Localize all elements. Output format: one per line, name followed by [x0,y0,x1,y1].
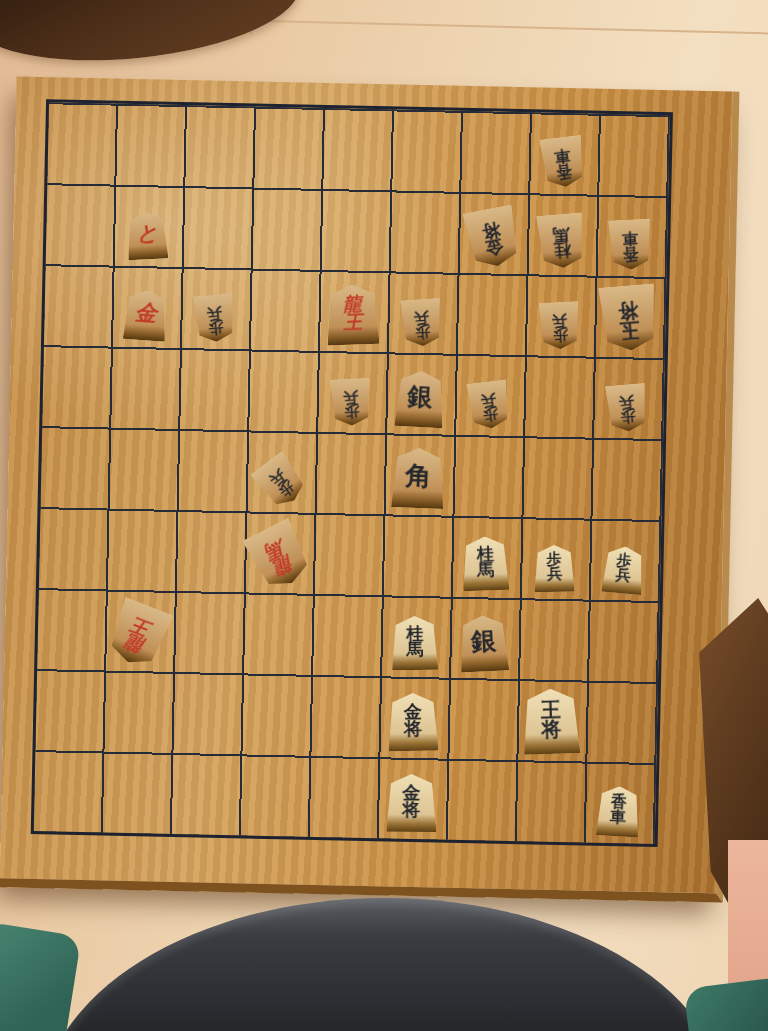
shogi-piece-sente-knight[interactable]: 桂馬 [391,616,438,671]
piece-kanji: 角 [404,463,431,489]
shogi-piece-sente-promoted-lance[interactable]: 金 [122,289,168,342]
piece-kanji: 桂馬 [551,226,571,260]
piece-kanji: 金将 [402,784,420,818]
piece-kanji: 桂馬 [406,625,423,658]
shogi-piece-gote-pawn[interactable]: 歩兵 [250,451,310,513]
piece-kanji: 香車 [609,794,627,825]
piece-kanji: 歩兵 [206,305,223,335]
piece-kanji: 龍馬 [262,537,295,578]
piece-kanji: 銀 [470,629,496,654]
shogi-piece-gote-lance[interactable]: 香車 [607,218,651,270]
piece-kanji: 龍王 [342,294,362,331]
shogi-piece-sente-silver[interactable]: 銀 [394,370,445,429]
shogi-piece-sente-lance[interactable]: 香車 [595,785,640,837]
shogi-piece-gote-pawn[interactable]: 歩兵 [192,293,236,343]
shogi-piece-sente-tokin[interactable]: と [126,211,168,260]
piece-kanji: 歩兵 [551,313,567,342]
shogi-piece-gote-lance[interactable]: 香車 [539,135,587,190]
piece-kanji: 龍王 [122,616,153,657]
shogi-piece-sente-king[interactable]: 王将 [522,688,580,755]
piece-kanji: 桂馬 [476,545,494,578]
shogi-piece-gote-pawn[interactable]: 歩兵 [466,379,511,430]
shogi-piece-gote-gold[interactable]: 金将 [462,204,522,270]
piece-kanji: 銀 [406,384,432,409]
shogi-piece-gote-pawn[interactable]: 歩兵 [604,383,648,433]
shogi-piece-gote-pawn[interactable]: 歩兵 [399,298,442,348]
shogi-board[interactable]: 香車香車金将桂馬と玉将金歩兵龍王歩兵歩兵歩兵歩兵銀歩兵歩兵角龍馬桂馬歩兵歩兵龍王… [0,77,739,903]
shogi-piece-sente-bishop[interactable]: 角 [391,447,445,509]
piece-kanji: 歩兵 [342,389,358,418]
shogi-piece-gote-dragon-king[interactable]: 龍王 [103,597,173,672]
piece-kanji: 金将 [403,703,421,737]
shogi-piece-gote-king[interactable]: 玉将 [598,283,659,352]
shogi-piece-sente-pawn[interactable]: 歩兵 [534,545,575,593]
shogi-piece-sente-pawn[interactable]: 歩兵 [601,545,645,595]
shogi-piece-sente-silver[interactable]: 銀 [458,614,509,672]
shogi-piece-sente-gold[interactable]: 金将 [386,774,436,832]
shogi-piece-gote-pawn[interactable]: 歩兵 [538,301,580,350]
shogi-piece-gote-knight[interactable]: 桂馬 [536,212,586,270]
shogi-piece-gote-dragon-horse[interactable]: 龍馬 [241,518,314,595]
piece-kanji: 王将 [540,700,561,739]
piece-kanji: 歩兵 [413,310,430,339]
piece-kanji: 歩兵 [266,467,295,499]
piece-kanji: と [135,223,157,244]
shogi-piece-sente-knight[interactable]: 桂馬 [461,536,509,591]
shogi-piece-sente-dragon-king[interactable]: 龍王 [325,284,379,346]
piece-kanji: 金将 [480,221,504,258]
shogi-piece-sente-gold[interactable]: 金将 [387,693,438,752]
piece-kanji: 歩兵 [479,392,497,422]
piece-kanji: 香車 [553,148,572,180]
pieces-layer: 香車香車金将桂馬と玉将金歩兵龍王歩兵歩兵歩兵歩兵銀歩兵歩兵角龍馬桂馬歩兵歩兵龍王… [31,99,667,841]
piece-kanji: 歩兵 [614,553,632,583]
photo-scene: 香車香車金将桂馬と玉将金歩兵龍王歩兵歩兵歩兵歩兵銀歩兵歩兵角龍馬桂馬歩兵歩兵龍王… [0,0,768,1031]
piece-kanji: 歩兵 [618,395,635,425]
piece-kanji: 玉将 [617,300,640,340]
piece-kanji: 歩兵 [546,552,561,581]
piece-kanji: 香車 [621,231,638,262]
shogi-piece-gote-pawn[interactable]: 歩兵 [329,378,371,427]
piece-kanji: 金 [134,302,157,324]
